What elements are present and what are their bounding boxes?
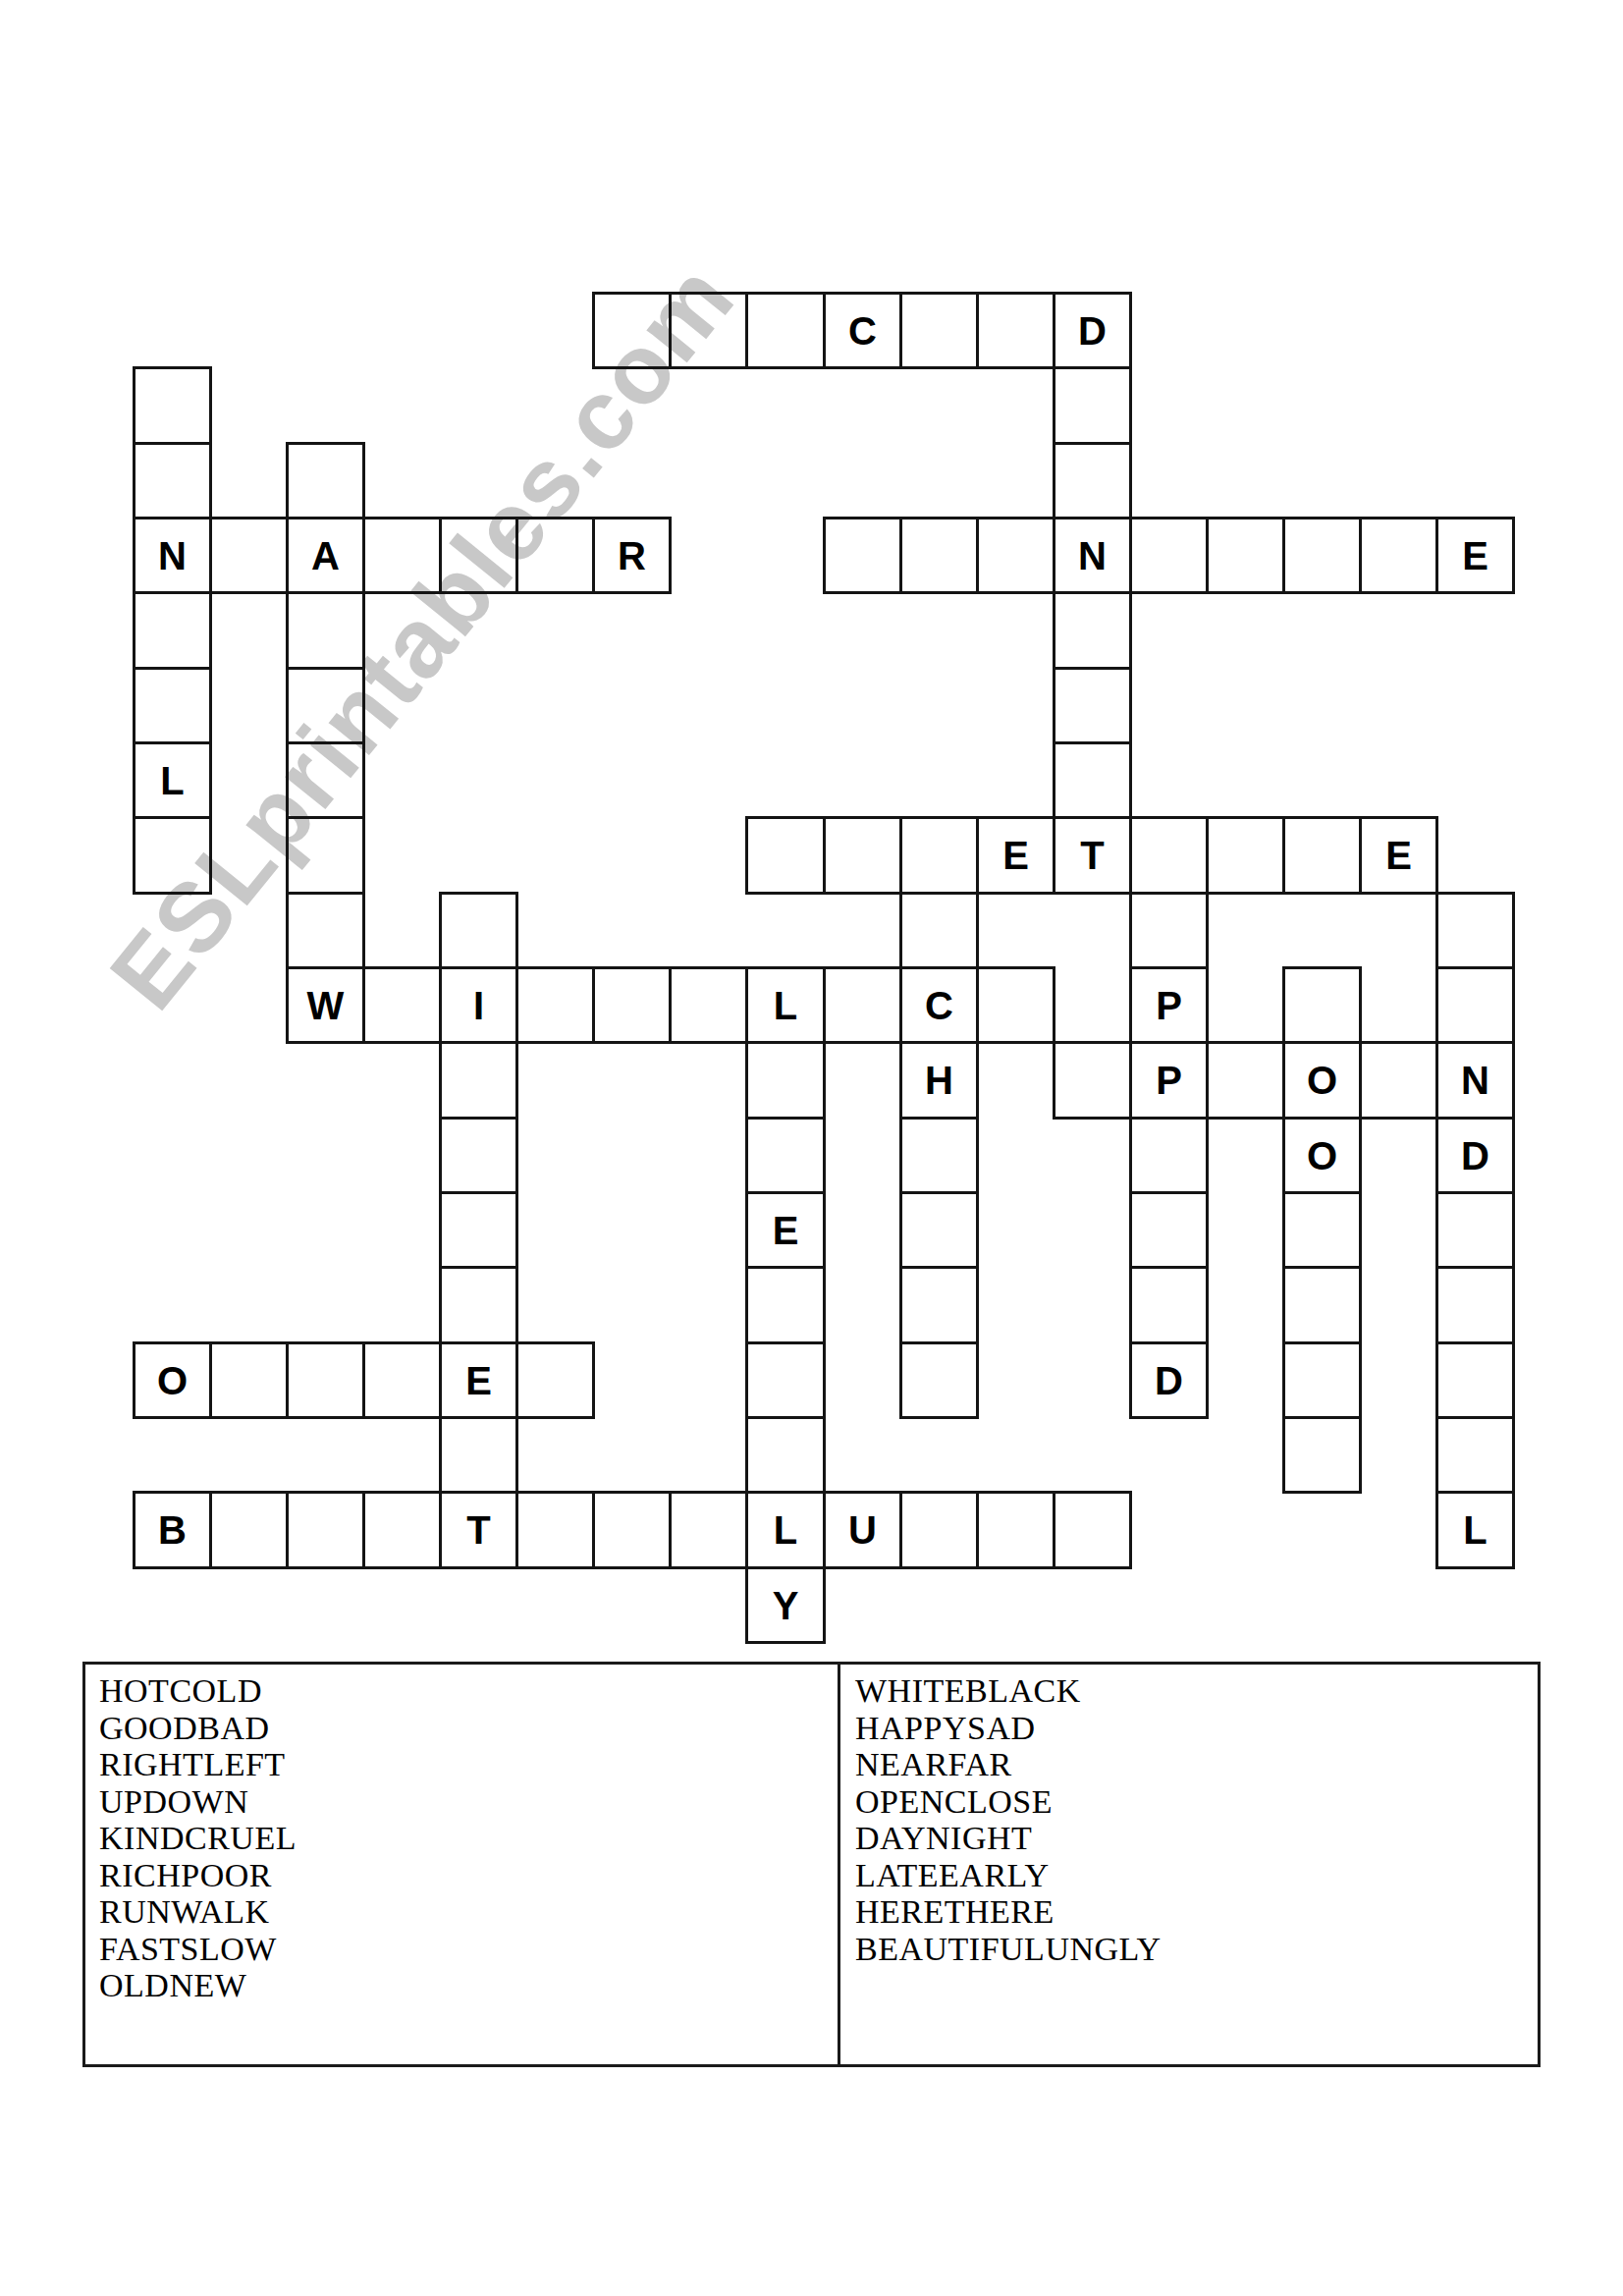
grid-cell-r13-c8[interactable]	[745, 1266, 826, 1344]
grid-cell-r16-c11[interactable]	[976, 1491, 1055, 1569]
grid-cell-r8-c4[interactable]	[439, 892, 518, 969]
grid-cell-r7-c0[interactable]	[133, 816, 212, 895]
grid-cell-r7-c16[interactable]: E	[1359, 816, 1438, 895]
word-bank-item: DAYNIGHT	[855, 1820, 1538, 1857]
grid-cell-r9-c15[interactable]	[1282, 966, 1362, 1044]
grid-cell-r16-c8[interactable]: L	[745, 1491, 826, 1569]
given-letter: Y	[773, 1586, 799, 1625]
grid-cell-r8-c10[interactable]	[899, 892, 979, 969]
grid-cell-r17-c8[interactable]: Y	[745, 1566, 826, 1644]
grid-cell-r2-c0[interactable]	[133, 442, 212, 519]
given-letter: E	[773, 1211, 799, 1250]
given-letter: T	[466, 1510, 490, 1550]
grid-cell-r14-c13[interactable]: D	[1129, 1341, 1209, 1419]
grid-cell-r3-c13[interactable]	[1129, 517, 1209, 594]
grid-cell-r10-c10[interactable]: H	[899, 1041, 979, 1120]
given-letter: T	[1080, 836, 1104, 875]
word-bank-item: HERETHERE	[855, 1893, 1538, 1931]
grid-cell-r0-c10[interactable]	[899, 292, 979, 369]
word-bank-right-column: WHITEBLACKHAPPYSADNEARFAROPENCLOSEDAYNIG…	[840, 1665, 1538, 2064]
grid-cell-r8-c13[interactable]	[1129, 892, 1209, 969]
given-letter: N	[1461, 1061, 1489, 1100]
grid-cell-r0-c8[interactable]	[745, 292, 826, 369]
grid-cell-r16-c4[interactable]: T	[439, 1491, 518, 1569]
given-letter: C	[848, 311, 877, 351]
grid-cell-r16-c5[interactable]	[515, 1491, 595, 1569]
grid-cell-r10-c16[interactable]	[1359, 1041, 1438, 1120]
grid-cell-r12-c13[interactable]	[1129, 1191, 1209, 1269]
grid-cell-r16-c10[interactable]	[899, 1491, 979, 1569]
grid-cell-r7-c9[interactable]	[823, 816, 902, 895]
grid-cell-r9-c7[interactable]	[669, 966, 748, 1044]
given-letter: D	[1078, 311, 1107, 351]
given-letter: A	[311, 536, 340, 575]
grid-cell-r3-c9[interactable]	[823, 517, 902, 594]
grid-cell-r9-c8[interactable]: L	[745, 966, 826, 1044]
grid-cell-r3-c10[interactable]	[899, 517, 979, 594]
word-bank-item: LATEEARLY	[855, 1857, 1538, 1894]
grid-cell-r14-c0[interactable]: O	[133, 1341, 212, 1419]
grid-cell-r3-c15[interactable]	[1282, 517, 1362, 594]
grid-cell-r16-c2[interactable]	[286, 1491, 365, 1569]
grid-cell-r1-c12[interactable]	[1053, 366, 1132, 445]
grid-cell-r3-c12[interactable]: N	[1053, 517, 1132, 594]
grid-cell-r3-c17[interactable]: E	[1435, 517, 1515, 594]
given-letter: O	[157, 1361, 188, 1400]
grid-cell-r16-c12[interactable]	[1053, 1491, 1132, 1569]
grid-cell-r11-c10[interactable]	[899, 1117, 979, 1194]
grid-cell-r4-c2[interactable]	[286, 591, 365, 670]
given-letter: E	[1462, 536, 1488, 575]
given-letter: C	[925, 986, 953, 1025]
grid-cell-r1-c0[interactable]	[133, 366, 212, 445]
word-bank-item: BEAUTIFULUNGLY	[855, 1931, 1538, 1968]
word-bank-item: KINDCRUEL	[99, 1820, 838, 1857]
word-bank-item: GOODBAD	[99, 1710, 838, 1747]
given-letter: U	[848, 1510, 877, 1550]
grid-cell-r3-c2[interactable]: A	[286, 517, 365, 594]
word-bank-left-list: HOTCOLDGOODBADRIGHTLEFTUPDOWNKINDCRUELRI…	[99, 1672, 838, 2004]
grid-cell-r15-c17[interactable]	[1435, 1416, 1515, 1494]
grid-cell-r3-c0[interactable]: N	[133, 517, 212, 594]
grid-cell-r0-c12[interactable]: D	[1053, 292, 1132, 369]
grid-cell-r0-c7[interactable]	[669, 292, 748, 369]
word-bank-item: RIGHTLEFT	[99, 1746, 838, 1783]
grid-cell-r10-c15[interactable]: O	[1282, 1041, 1362, 1120]
grid-cell-r16-c9[interactable]: U	[823, 1491, 902, 1569]
grid-cell-r10-c14[interactable]	[1206, 1041, 1285, 1120]
given-letter: L	[774, 1510, 797, 1550]
word-bank-right-list: WHITEBLACKHAPPYSADNEARFAROPENCLOSEDAYNIG…	[855, 1672, 1538, 1967]
grid-cell-r3-c4[interactable]	[439, 517, 518, 594]
word-bank-item: UPDOWN	[99, 1783, 838, 1821]
grid-cell-r5-c12[interactable]	[1053, 667, 1132, 744]
grid-cell-r12-c10[interactable]	[899, 1191, 979, 1269]
grid-cell-r6-c12[interactable]	[1053, 741, 1132, 819]
grid-cell-r16-c1[interactable]	[209, 1491, 289, 1569]
grid-cell-r12-c8[interactable]: E	[745, 1191, 826, 1269]
grid-cell-r10-c8[interactable]	[745, 1041, 826, 1120]
grid-cell-r16-c17[interactable]: L	[1435, 1491, 1515, 1569]
grid-cell-r3-c1[interactable]	[209, 517, 289, 594]
grid-cell-r11-c13[interactable]	[1129, 1117, 1209, 1194]
grid-cell-r10-c17[interactable]: N	[1435, 1041, 1515, 1120]
grid-cell-r13-c10[interactable]	[899, 1266, 979, 1344]
grid-cell-r11-c4[interactable]	[439, 1117, 518, 1194]
given-letter: L	[1463, 1510, 1487, 1550]
grid-cell-r14-c15[interactable]	[1282, 1341, 1362, 1419]
grid-cell-r8-c17[interactable]	[1435, 892, 1515, 969]
given-letter: O	[1307, 1061, 1337, 1100]
given-letter: I	[473, 986, 484, 1025]
grid-cell-r7-c13[interactable]	[1129, 816, 1209, 895]
grid-cell-r7-c2[interactable]	[286, 816, 365, 895]
grid-cell-r5-c0[interactable]	[133, 667, 212, 744]
given-letter: P	[1156, 1061, 1182, 1100]
grid-cell-r14-c4[interactable]: E	[439, 1341, 518, 1419]
grid-cell-r10-c13[interactable]: P	[1129, 1041, 1209, 1120]
word-bank-item: RICHPOOR	[99, 1857, 838, 1894]
given-letter: E	[1002, 836, 1029, 875]
word-bank-left-column: HOTCOLDGOODBADRIGHTLEFTUPDOWNKINDCRUELRI…	[85, 1665, 840, 2064]
given-letter: W	[307, 986, 345, 1025]
grid-cell-r6-c0[interactable]: L	[133, 741, 212, 819]
grid-cell-r9-c3[interactable]	[362, 966, 442, 1044]
grid-cell-r9-c6[interactable]	[592, 966, 672, 1044]
grid-cell-r12-c4[interactable]	[439, 1191, 518, 1269]
given-letter: E	[1385, 836, 1412, 875]
grid-cell-r7-c10[interactable]	[899, 816, 979, 895]
grid-cell-r13-c4[interactable]	[439, 1266, 518, 1344]
word-bank-item: FASTSLOW	[99, 1931, 838, 1968]
grid-cell-r7-c11[interactable]: E	[976, 816, 1055, 895]
given-letter: N	[1078, 536, 1107, 575]
grid-cell-r0-c9[interactable]: C	[823, 292, 902, 369]
grid-cell-r10-c12[interactable]	[1053, 1041, 1132, 1120]
given-letter: R	[618, 536, 646, 575]
grid-cell-r9-c17[interactable]	[1435, 966, 1515, 1044]
grid-cell-r9-c10[interactable]: C	[899, 966, 979, 1044]
grid-cell-r4-c0[interactable]	[133, 591, 212, 670]
grid-cell-r4-c12[interactable]	[1053, 591, 1132, 670]
grid-cell-r6-c2[interactable]	[286, 741, 365, 819]
grid-cell-r3-c6[interactable]: R	[592, 517, 672, 594]
given-letter: L	[160, 761, 184, 800]
crossword-board: CDNARNELETEWILCPHPONODEOEDBTLULY	[0, 0, 1623, 1662]
grid-cell-r7-c15[interactable]	[1282, 816, 1362, 895]
word-bank-item: OPENCLOSE	[855, 1783, 1538, 1821]
word-bank-item: NEARFAR	[855, 1746, 1538, 1783]
grid-cell-r13-c15[interactable]	[1282, 1266, 1362, 1344]
grid-cell-r5-c2[interactable]	[286, 667, 365, 744]
grid-cell-r15-c15[interactable]	[1282, 1416, 1362, 1494]
grid-cell-r14-c3[interactable]	[362, 1341, 442, 1419]
grid-cell-r16-c6[interactable]	[592, 1491, 672, 1569]
grid-cell-r14-c5[interactable]	[515, 1341, 595, 1419]
grid-cell-r3-c14[interactable]	[1206, 517, 1285, 594]
grid-cell-r7-c14[interactable]	[1206, 816, 1285, 895]
grid-cell-r10-c4[interactable]	[439, 1041, 518, 1120]
given-letter: D	[1461, 1136, 1489, 1175]
grid-cell-r9-c13[interactable]: P	[1129, 966, 1209, 1044]
grid-cell-r9-c11[interactable]	[976, 966, 1055, 1044]
grid-cell-r9-c4[interactable]: I	[439, 966, 518, 1044]
given-letter: L	[774, 986, 797, 1025]
grid-cell-r9-c9[interactable]	[823, 966, 902, 1044]
given-letter: E	[465, 1361, 492, 1400]
grid-cell-r15-c8[interactable]	[745, 1416, 826, 1494]
grid-cell-r14-c10[interactable]	[899, 1341, 979, 1419]
grid-cell-r16-c3[interactable]	[362, 1491, 442, 1569]
word-bank-item: OLDNEW	[99, 1967, 838, 2004]
given-letter: H	[925, 1061, 953, 1100]
word-bank-item: HOTCOLD	[99, 1672, 838, 1710]
grid-cell-r14-c1[interactable]	[209, 1341, 289, 1419]
grid-cell-r12-c17[interactable]	[1435, 1191, 1515, 1269]
grid-cell-r8-c2[interactable]	[286, 892, 365, 969]
word-bank-box: HOTCOLDGOODBADRIGHTLEFTUPDOWNKINDCRUELRI…	[82, 1662, 1541, 2067]
grid-cell-r13-c17[interactable]	[1435, 1266, 1515, 1344]
word-bank-item: HAPPYSAD	[855, 1710, 1538, 1747]
grid-cell-r3-c5[interactable]	[515, 517, 595, 594]
given-letter: D	[1155, 1361, 1183, 1400]
grid-cell-r7-c8[interactable]	[745, 816, 826, 895]
grid-cell-r11-c17[interactable]: D	[1435, 1117, 1515, 1194]
grid-cell-r16-c7[interactable]	[669, 1491, 748, 1569]
grid-cell-r0-c11[interactable]	[976, 292, 1055, 369]
grid-cell-r11-c15[interactable]: O	[1282, 1117, 1362, 1194]
grid-cell-r9-c5[interactable]	[515, 966, 595, 1044]
given-letter: B	[158, 1510, 187, 1550]
grid-cell-r11-c8[interactable]	[745, 1117, 826, 1194]
word-bank-item: RUNWALK	[99, 1893, 838, 1931]
word-bank-item: WHITEBLACK	[855, 1672, 1538, 1710]
grid-cell-r3-c16[interactable]	[1359, 517, 1438, 594]
grid-cell-r3-c11[interactable]	[976, 517, 1055, 594]
grid-cell-r9-c2[interactable]: W	[286, 966, 365, 1044]
given-letter: P	[1156, 986, 1182, 1025]
grid-cell-r14-c17[interactable]	[1435, 1341, 1515, 1419]
grid-cell-r14-c2[interactable]	[286, 1341, 365, 1419]
grid-cell-r2-c12[interactable]	[1053, 442, 1132, 519]
grid-cell-r12-c15[interactable]	[1282, 1191, 1362, 1269]
grid-cell-r2-c2[interactable]	[286, 442, 365, 519]
grid-cell-r13-c13[interactable]	[1129, 1266, 1209, 1344]
grid-cell-r15-c4[interactable]	[439, 1416, 518, 1494]
grid-cell-r3-c3[interactable]	[362, 517, 442, 594]
given-letter: N	[158, 536, 187, 575]
grid-cell-r0-c6[interactable]	[592, 292, 672, 369]
grid-cell-r16-c0[interactable]: B	[133, 1491, 212, 1569]
given-letter: O	[1307, 1136, 1337, 1175]
grid-cell-r14-c8[interactable]	[745, 1341, 826, 1419]
grid-cell-r7-c12[interactable]: T	[1053, 816, 1132, 895]
